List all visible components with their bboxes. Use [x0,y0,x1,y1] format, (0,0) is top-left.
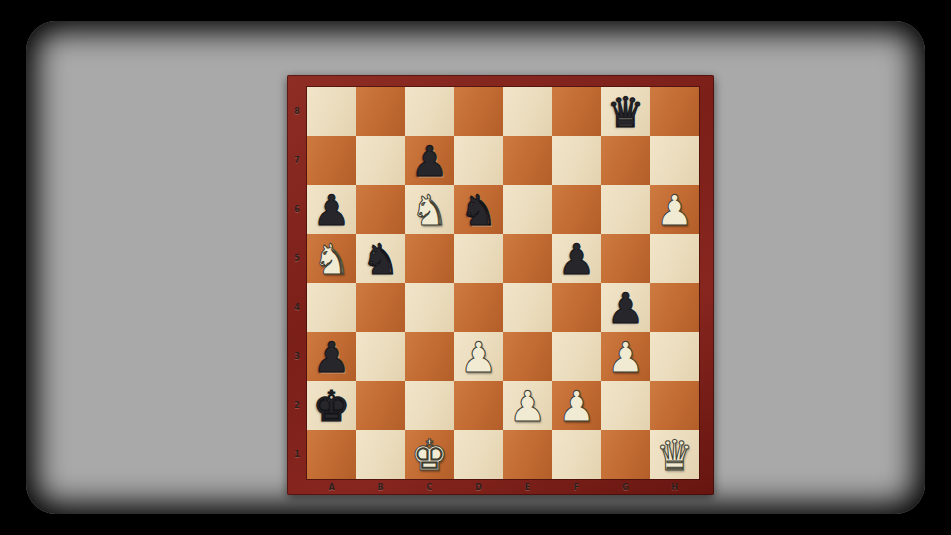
square-g3[interactable]: ♟ [601,332,650,381]
piece-white-king[interactable]: ♚ [411,435,449,477]
square-e8[interactable] [503,87,552,136]
square-g1[interactable] [601,430,650,479]
square-f7[interactable] [552,136,601,185]
square-a1[interactable] [307,430,356,479]
square-b3[interactable] [356,332,405,381]
piece-white-queen[interactable]: ♛ [656,435,694,477]
square-c6[interactable]: ♞ [405,185,454,234]
square-f6[interactable] [552,185,601,234]
square-h2[interactable] [650,381,699,430]
piece-white-pawn[interactable]: ♟ [558,386,596,428]
square-h5[interactable] [650,234,699,283]
square-h4[interactable] [650,283,699,332]
square-f5[interactable]: ♟ [552,234,601,283]
square-h1[interactable]: ♛ [650,430,699,479]
square-g6[interactable] [601,185,650,234]
piece-black-knight[interactable]: ♞ [362,239,400,281]
square-b4[interactable] [356,283,405,332]
square-g2[interactable] [601,381,650,430]
piece-black-pawn[interactable]: ♟ [607,288,645,330]
file-label-a: A [307,479,356,495]
square-b7[interactable] [356,136,405,185]
piece-black-knight[interactable]: ♞ [460,190,498,232]
square-e1[interactable] [503,430,552,479]
square-c4[interactable] [405,283,454,332]
square-c1[interactable]: ♚ [405,430,454,479]
piece-black-pawn[interactable]: ♟ [558,239,596,281]
file-label-d: D [454,479,503,495]
square-f4[interactable] [552,283,601,332]
square-a5[interactable]: ♞ [307,234,356,283]
square-f3[interactable] [552,332,601,381]
rank-label-6: 6 [287,185,307,234]
square-h6[interactable]: ♟ [650,185,699,234]
square-e6[interactable] [503,185,552,234]
square-b2[interactable] [356,381,405,430]
square-f2[interactable]: ♟ [552,381,601,430]
square-g4[interactable]: ♟ [601,283,650,332]
square-g5[interactable] [601,234,650,283]
square-a4[interactable] [307,283,356,332]
screenshot-stage: 87654321 ♛♟♟♞♞♟♞♞♟♟♟♟♟♚♟♟♚♛ ABCDEFGH [0,0,951,535]
square-a7[interactable] [307,136,356,185]
rank-label-7: 7 [287,136,307,185]
piece-white-pawn[interactable]: ♟ [509,386,547,428]
square-a8[interactable] [307,87,356,136]
file-label-h: H [650,479,699,495]
square-e2[interactable]: ♟ [503,381,552,430]
piece-black-pawn[interactable]: ♟ [313,337,351,379]
square-f8[interactable] [552,87,601,136]
piece-white-pawn[interactable]: ♟ [460,337,498,379]
square-e3[interactable] [503,332,552,381]
square-f1[interactable] [552,430,601,479]
file-label-c: C [405,479,454,495]
piece-white-pawn[interactable]: ♟ [656,190,694,232]
square-d8[interactable] [454,87,503,136]
square-a3[interactable]: ♟ [307,332,356,381]
square-e5[interactable] [503,234,552,283]
square-d2[interactable] [454,381,503,430]
rank-label-3: 3 [287,332,307,381]
square-b5[interactable]: ♞ [356,234,405,283]
rank-label-4: 4 [287,283,307,332]
square-e7[interactable] [503,136,552,185]
square-d7[interactable] [454,136,503,185]
square-c3[interactable] [405,332,454,381]
square-g7[interactable] [601,136,650,185]
square-a2[interactable]: ♚ [307,381,356,430]
piece-white-knight[interactable]: ♞ [313,239,351,281]
square-e4[interactable] [503,283,552,332]
chessboard: ♛♟♟♞♞♟♞♞♟♟♟♟♟♚♟♟♚♛ [307,87,699,479]
square-h3[interactable] [650,332,699,381]
square-c2[interactable] [405,381,454,430]
square-d4[interactable] [454,283,503,332]
square-d1[interactable] [454,430,503,479]
square-b8[interactable] [356,87,405,136]
square-c7[interactable]: ♟ [405,136,454,185]
file-label-b: B [356,479,405,495]
square-h8[interactable] [650,87,699,136]
chessboard-frame: 87654321 ♛♟♟♞♞♟♞♞♟♟♟♟♟♚♟♟♚♛ ABCDEFGH [287,75,714,495]
piece-white-pawn[interactable]: ♟ [607,337,645,379]
square-a6[interactable]: ♟ [307,185,356,234]
piece-white-knight[interactable]: ♞ [411,190,449,232]
rank-label-5: 5 [287,234,307,283]
piece-black-pawn[interactable]: ♟ [411,141,449,183]
piece-black-king[interactable]: ♚ [313,386,351,428]
square-h7[interactable] [650,136,699,185]
piece-black-pawn[interactable]: ♟ [313,190,351,232]
file-label-g: G [601,479,650,495]
file-label-f: F [552,479,601,495]
square-c5[interactable] [405,234,454,283]
square-b6[interactable] [356,185,405,234]
rank-labels: 87654321 [287,87,307,479]
file-label-e: E [503,479,552,495]
rank-label-2: 2 [287,381,307,430]
square-d5[interactable] [454,234,503,283]
gray-vignette-panel: 87654321 ♛♟♟♞♞♟♞♞♟♟♟♟♟♚♟♟♚♛ ABCDEFGH [26,21,925,514]
square-d3[interactable]: ♟ [454,332,503,381]
square-g8[interactable]: ♛ [601,87,650,136]
piece-black-queen[interactable]: ♛ [607,92,645,134]
rank-label-8: 8 [287,87,307,136]
square-b1[interactable] [356,430,405,479]
square-d6[interactable]: ♞ [454,185,503,234]
file-labels: ABCDEFGH [307,479,699,495]
rank-label-1: 1 [287,430,307,479]
square-c8[interactable] [405,87,454,136]
